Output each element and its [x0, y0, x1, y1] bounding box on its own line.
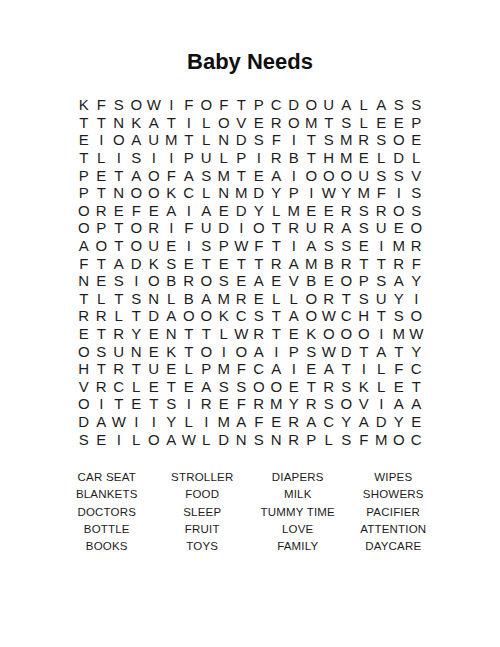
grid-cell[interactable]: O — [198, 96, 216, 114]
grid-cell[interactable]: T — [75, 149, 93, 167]
grid-cell[interactable]: C — [320, 413, 338, 431]
grid-cell[interactable]: D — [250, 184, 268, 202]
grid-cell[interactable]: L — [198, 114, 216, 132]
grid-cell[interactable]: I — [180, 237, 198, 255]
grid-cell[interactable]: K — [215, 307, 233, 325]
grid-cell[interactable]: H — [355, 307, 373, 325]
grid-cell[interactable]: I — [93, 395, 111, 413]
grid-cell[interactable]: D — [233, 131, 251, 149]
grid-cell[interactable]: T — [110, 219, 128, 237]
grid-cell[interactable]: O — [75, 395, 93, 413]
grid-cell[interactable]: S — [408, 184, 426, 202]
grid-cell[interactable]: F — [268, 131, 286, 149]
grid-cell[interactable]: A — [75, 237, 93, 255]
grid-cell[interactable]: M — [373, 430, 391, 448]
grid-cell[interactable]: L — [373, 360, 391, 378]
grid-cell[interactable]: A — [268, 166, 286, 184]
grid-cell[interactable]: A — [163, 430, 181, 448]
grid-cell[interactable]: S — [250, 131, 268, 149]
grid-cell[interactable]: Y — [338, 184, 356, 202]
grid-cell[interactable]: A — [198, 202, 216, 220]
grid-cell[interactable]: I — [163, 96, 181, 114]
grid-cell[interactable]: T — [128, 307, 146, 325]
grid-cell[interactable]: Y — [268, 184, 286, 202]
grid-cell[interactable]: V — [75, 378, 93, 396]
grid-cell[interactable]: I — [373, 325, 391, 343]
grid-cell[interactable]: E — [373, 114, 391, 132]
grid-cell[interactable]: O — [145, 272, 163, 290]
grid-cell[interactable]: T — [93, 254, 111, 272]
grid-cell[interactable]: O — [145, 430, 163, 448]
grid-cell[interactable]: E — [355, 237, 373, 255]
grid-cell[interactable]: S — [338, 378, 356, 396]
grid-cell[interactable]: R — [268, 149, 286, 167]
grid-cell[interactable]: E — [268, 413, 286, 431]
grid-cell[interactable]: L — [215, 325, 233, 343]
grid-cell[interactable]: U — [110, 342, 128, 360]
grid-cell[interactable]: E — [180, 254, 198, 272]
grid-cell[interactable]: R — [390, 254, 408, 272]
grid-cell[interactable]: L — [128, 430, 146, 448]
grid-cell[interactable]: A — [93, 413, 111, 431]
grid-cell[interactable]: T — [110, 395, 128, 413]
grid-cell[interactable]: O — [303, 290, 321, 308]
grid-cell[interactable]: K — [163, 184, 181, 202]
grid-cell[interactable]: E — [128, 395, 146, 413]
grid-cell[interactable]: O — [93, 237, 111, 255]
grid-cell[interactable]: E — [93, 430, 111, 448]
grid-cell[interactable]: W — [320, 184, 338, 202]
grid-cell[interactable]: U — [145, 237, 163, 255]
grid-cell[interactable]: S — [250, 307, 268, 325]
grid-cell[interactable]: T — [180, 131, 198, 149]
grid-cell[interactable]: I — [110, 430, 128, 448]
grid-cell[interactable]: V — [408, 166, 426, 184]
grid-cell[interactable]: P — [233, 149, 251, 167]
grid-cell[interactable]: E — [250, 114, 268, 132]
grid-cell[interactable]: N — [110, 114, 128, 132]
grid-cell[interactable]: R — [250, 325, 268, 343]
grid-cell[interactable]: M — [163, 131, 181, 149]
grid-cell[interactable]: D — [373, 413, 391, 431]
grid-cell[interactable]: W — [110, 413, 128, 431]
grid-cell[interactable]: B — [180, 290, 198, 308]
grid-cell[interactable]: E — [93, 166, 111, 184]
grid-cell[interactable]: T — [198, 325, 216, 343]
grid-cell[interactable]: W — [145, 96, 163, 114]
grid-cell[interactable]: T — [268, 219, 286, 237]
grid-cell[interactable]: T — [268, 307, 286, 325]
grid-cell[interactable]: U — [145, 360, 163, 378]
grid-cell[interactable]: L — [93, 149, 111, 167]
grid-cell[interactable]: R — [320, 378, 338, 396]
grid-cell[interactable]: A — [250, 342, 268, 360]
grid-cell[interactable]: I — [268, 342, 286, 360]
grid-cell[interactable]: D — [128, 254, 146, 272]
grid-cell[interactable]: O — [215, 114, 233, 132]
grid-cell[interactable]: S — [338, 114, 356, 132]
grid-cell[interactable]: N — [110, 184, 128, 202]
grid-cell[interactable]: S — [303, 342, 321, 360]
grid-cell[interactable]: E — [110, 202, 128, 220]
grid-cell[interactable]: P — [75, 166, 93, 184]
grid-cell[interactable]: O — [303, 166, 321, 184]
grid-cell[interactable]: I — [110, 149, 128, 167]
grid-cell[interactable]: R — [285, 219, 303, 237]
grid-cell[interactable]: R — [93, 378, 111, 396]
grid-cell[interactable]: I — [250, 149, 268, 167]
grid-cell[interactable]: L — [268, 202, 286, 220]
grid-cell[interactable]: A — [285, 307, 303, 325]
grid-cell[interactable]: R — [408, 237, 426, 255]
grid-cell[interactable]: D — [233, 202, 251, 220]
grid-cell[interactable]: A — [180, 166, 198, 184]
grid-cell[interactable]: R — [338, 254, 356, 272]
grid-cell[interactable]: E — [145, 342, 163, 360]
grid-cell[interactable]: T — [320, 114, 338, 132]
grid-cell[interactable]: C — [408, 360, 426, 378]
grid-cell[interactable]: T — [355, 342, 373, 360]
grid-cell[interactable]: S — [408, 202, 426, 220]
grid-cell[interactable]: M — [215, 413, 233, 431]
grid-cell[interactable]: P — [75, 184, 93, 202]
grid-cell[interactable]: E — [75, 325, 93, 343]
grid-cell[interactable]: F — [233, 360, 251, 378]
grid-cell[interactable]: S — [250, 430, 268, 448]
grid-cell[interactable]: F — [163, 166, 181, 184]
grid-cell[interactable]: M — [338, 149, 356, 167]
grid-cell[interactable]: A — [390, 395, 408, 413]
grid-cell[interactable]: O — [75, 202, 93, 220]
grid-cell[interactable]: R — [268, 114, 286, 132]
grid-cell[interactable]: T — [93, 325, 111, 343]
grid-cell[interactable]: I — [215, 342, 233, 360]
grid-cell[interactable]: R — [285, 430, 303, 448]
grid-cell[interactable]: Y — [338, 413, 356, 431]
grid-cell[interactable]: D — [390, 149, 408, 167]
grid-cell[interactable]: W — [233, 237, 251, 255]
grid-cell[interactable]: U — [320, 96, 338, 114]
grid-cell[interactable]: S — [320, 237, 338, 255]
grid-cell[interactable]: O — [128, 184, 146, 202]
grid-cell[interactable]: O — [338, 325, 356, 343]
grid-cell[interactable]: S — [373, 272, 391, 290]
grid-cell[interactable]: A — [198, 378, 216, 396]
grid-cell[interactable]: Y — [128, 325, 146, 343]
grid-cell[interactable]: I — [145, 413, 163, 431]
grid-cell[interactable]: W — [320, 307, 338, 325]
grid-cell[interactable]: T — [303, 378, 321, 396]
grid-cell[interactable]: A — [128, 166, 146, 184]
grid-cell[interactable]: T — [355, 254, 373, 272]
grid-cell[interactable]: F — [355, 430, 373, 448]
grid-cell[interactable]: A — [163, 307, 181, 325]
grid-cell[interactable]: T — [180, 325, 198, 343]
grid-cell[interactable]: E — [145, 325, 163, 343]
grid-cell[interactable]: Y — [408, 342, 426, 360]
grid-cell[interactable]: I — [128, 272, 146, 290]
grid-cell[interactable]: V — [285, 272, 303, 290]
grid-cell[interactable]: I — [128, 413, 146, 431]
grid-cell[interactable]: A — [268, 360, 286, 378]
grid-cell[interactable]: O — [408, 219, 426, 237]
grid-cell[interactable]: E — [320, 272, 338, 290]
grid-cell[interactable]: A — [250, 272, 268, 290]
grid-cell[interactable]: H — [75, 360, 93, 378]
grid-cell[interactable]: L — [198, 184, 216, 202]
grid-cell[interactable]: O — [338, 395, 356, 413]
grid-cell[interactable]: S — [198, 237, 216, 255]
grid-cell[interactable]: F — [408, 254, 426, 272]
grid-cell[interactable]: A — [145, 114, 163, 132]
grid-cell[interactable]: O — [250, 219, 268, 237]
grid-cell[interactable]: O — [285, 114, 303, 132]
grid-cell[interactable]: R — [145, 219, 163, 237]
grid-cell[interactable]: E — [145, 202, 163, 220]
grid-cell[interactable]: D — [75, 413, 93, 431]
grid-cell[interactable]: V — [233, 114, 251, 132]
grid-cell[interactable]: L — [215, 149, 233, 167]
grid-cell[interactable]: P — [408, 114, 426, 132]
grid-cell[interactable]: F — [75, 254, 93, 272]
grid-cell[interactable]: O — [338, 272, 356, 290]
grid-cell[interactable]: I — [303, 184, 321, 202]
grid-cell[interactable]: R — [285, 413, 303, 431]
grid-cell[interactable]: P — [93, 219, 111, 237]
grid-cell[interactable]: I — [390, 184, 408, 202]
grid-cell[interactable]: C — [338, 307, 356, 325]
grid-cell[interactable]: P — [250, 96, 268, 114]
grid-cell[interactable]: K — [128, 114, 146, 132]
grid-cell[interactable]: L — [93, 290, 111, 308]
grid-cell[interactable]: F — [128, 202, 146, 220]
grid-cell[interactable]: M — [215, 290, 233, 308]
grid-cell[interactable]: R — [320, 290, 338, 308]
grid-cell[interactable]: N — [268, 430, 286, 448]
grid-cell[interactable]: M — [303, 254, 321, 272]
grid-cell[interactable]: N — [75, 272, 93, 290]
grid-cell[interactable]: K — [145, 254, 163, 272]
grid-cell[interactable]: A — [338, 219, 356, 237]
grid-cell[interactable]: U — [145, 131, 163, 149]
grid-cell[interactable]: F — [93, 96, 111, 114]
grid-cell[interactable]: R — [268, 254, 286, 272]
grid-cell[interactable]: O — [145, 184, 163, 202]
grid-cell[interactable]: I — [93, 131, 111, 149]
grid-cell[interactable]: F — [180, 219, 198, 237]
grid-cell[interactable]: O — [303, 307, 321, 325]
grid-cell[interactable]: E — [355, 149, 373, 167]
grid-cell[interactable]: A — [128, 131, 146, 149]
grid-cell[interactable]: U — [373, 290, 391, 308]
grid-cell[interactable]: M — [303, 114, 321, 132]
grid-cell[interactable]: I — [163, 149, 181, 167]
grid-cell[interactable]: R — [338, 202, 356, 220]
grid-cell[interactable]: T — [180, 342, 198, 360]
grid-cell[interactable]: E — [320, 202, 338, 220]
grid-cell[interactable]: I — [285, 131, 303, 149]
grid-cell[interactable]: N — [128, 342, 146, 360]
grid-cell[interactable]: U — [373, 219, 391, 237]
grid-cell[interactable]: R — [303, 395, 321, 413]
grid-cell[interactable]: T — [408, 378, 426, 396]
grid-cell[interactable]: T — [250, 254, 268, 272]
grid-cell[interactable]: O — [390, 202, 408, 220]
grid-cell[interactable]: I — [180, 202, 198, 220]
grid-cell[interactable]: F — [390, 360, 408, 378]
grid-cell[interactable]: N — [233, 430, 251, 448]
grid-cell[interactable]: Y — [163, 413, 181, 431]
grid-cell[interactable]: E — [285, 325, 303, 343]
grid-cell[interactable]: T — [75, 114, 93, 132]
grid-cell[interactable]: M — [233, 184, 251, 202]
grid-cell[interactable]: L — [198, 131, 216, 149]
grid-cell[interactable]: O — [268, 378, 286, 396]
grid-cell[interactable]: I — [233, 219, 251, 237]
grid-cell[interactable]: E — [303, 202, 321, 220]
grid-cell[interactable]: I — [285, 360, 303, 378]
grid-cell[interactable]: I — [285, 166, 303, 184]
grid-cell[interactable]: T — [373, 254, 391, 272]
grid-cell[interactable]: O — [320, 325, 338, 343]
grid-cell[interactable]: U — [355, 166, 373, 184]
grid-cell[interactable]: U — [198, 219, 216, 237]
grid-cell[interactable]: T — [93, 114, 111, 132]
grid-cell[interactable]: O — [128, 96, 146, 114]
grid-cell[interactable]: L — [373, 149, 391, 167]
grid-cell[interactable]: P — [285, 184, 303, 202]
grid-cell[interactable]: T — [373, 307, 391, 325]
grid-cell[interactable]: R — [75, 307, 93, 325]
grid-cell[interactable]: U — [303, 219, 321, 237]
grid-cell[interactable]: A — [303, 413, 321, 431]
grid-cell[interactable]: A — [390, 272, 408, 290]
grid-cell[interactable]: R — [198, 395, 216, 413]
grid-cell[interactable]: R — [250, 395, 268, 413]
grid-cell[interactable]: S — [128, 290, 146, 308]
grid-cell[interactable]: E — [215, 395, 233, 413]
grid-cell[interactable]: E — [250, 290, 268, 308]
grid-cell[interactable]: A — [373, 96, 391, 114]
grid-cell[interactable]: E — [233, 272, 251, 290]
grid-cell[interactable]: S — [338, 430, 356, 448]
grid-cell[interactable]: D — [215, 430, 233, 448]
grid-cell[interactable]: P — [285, 342, 303, 360]
grid-cell[interactable]: U — [198, 149, 216, 167]
grid-cell[interactable]: T — [145, 395, 163, 413]
grid-cell[interactable]: T — [338, 360, 356, 378]
grid-cell[interactable]: C — [408, 430, 426, 448]
grid-cell[interactable]: T — [110, 290, 128, 308]
grid-cell[interactable]: E — [93, 272, 111, 290]
grid-cell[interactable]: S — [320, 131, 338, 149]
grid-cell[interactable]: E — [145, 378, 163, 396]
grid-cell[interactable]: O — [128, 219, 146, 237]
grid-cell[interactable]: F — [373, 184, 391, 202]
grid-cell[interactable]: E — [285, 378, 303, 396]
grid-cell[interactable]: T — [93, 184, 111, 202]
grid-cell[interactable]: E — [303, 360, 321, 378]
grid-cell[interactable]: E — [163, 237, 181, 255]
grid-cell[interactable]: N — [215, 184, 233, 202]
grid-cell[interactable]: O — [198, 342, 216, 360]
grid-cell[interactable]: Y — [390, 290, 408, 308]
grid-cell[interactable]: I — [373, 237, 391, 255]
grid-cell[interactable]: O — [250, 378, 268, 396]
grid-cell[interactable]: F — [250, 237, 268, 255]
grid-cell[interactable]: S — [110, 272, 128, 290]
grid-cell[interactable]: M — [355, 184, 373, 202]
grid-cell[interactable]: E — [408, 131, 426, 149]
grid-cell[interactable]: D — [145, 307, 163, 325]
grid-cell[interactable]: T — [303, 149, 321, 167]
grid-cell[interactable]: I — [180, 395, 198, 413]
grid-cell[interactable]: A — [110, 254, 128, 272]
grid-cell[interactable]: P — [198, 360, 216, 378]
grid-cell[interactable]: O — [233, 342, 251, 360]
grid-cell[interactable]: R — [355, 131, 373, 149]
grid-cell[interactable]: T — [198, 254, 216, 272]
grid-cell[interactable]: Y — [285, 395, 303, 413]
grid-cell[interactable]: S — [408, 96, 426, 114]
grid-cell[interactable]: Y — [390, 413, 408, 431]
grid-cell[interactable]: R — [373, 202, 391, 220]
grid-cell[interactable]: T — [128, 360, 146, 378]
grid-cell[interactable]: O — [110, 131, 128, 149]
grid-cell[interactable]: H — [320, 149, 338, 167]
grid-cell[interactable]: T — [163, 114, 181, 132]
grid-cell[interactable]: T — [268, 237, 286, 255]
grid-cell[interactable]: A — [373, 342, 391, 360]
grid-cell[interactable]: D — [285, 96, 303, 114]
grid-cell[interactable]: R — [110, 360, 128, 378]
grid-cell[interactable]: T — [110, 237, 128, 255]
grid-cell[interactable]: O — [145, 166, 163, 184]
grid-cell[interactable]: T — [93, 360, 111, 378]
grid-cell[interactable]: R — [110, 325, 128, 343]
grid-cell[interactable]: E — [390, 219, 408, 237]
grid-cell[interactable]: R — [320, 219, 338, 237]
grid-cell[interactable]: A — [233, 413, 251, 431]
grid-cell[interactable]: L — [355, 96, 373, 114]
grid-cell[interactable]: M — [215, 166, 233, 184]
grid-cell[interactable]: T — [390, 342, 408, 360]
grid-cell[interactable]: R — [233, 290, 251, 308]
grid-cell[interactable]: L — [408, 149, 426, 167]
grid-cell[interactable]: A — [355, 413, 373, 431]
grid-cell[interactable]: T — [163, 378, 181, 396]
grid-cell[interactable]: F — [215, 96, 233, 114]
grid-cell[interactable]: E — [390, 378, 408, 396]
grid-cell[interactable]: S — [355, 202, 373, 220]
grid-cell[interactable]: P — [215, 237, 233, 255]
grid-cell[interactable]: K — [75, 96, 93, 114]
grid-cell[interactable]: L — [355, 114, 373, 132]
grid-cell[interactable]: F — [180, 96, 198, 114]
grid-cell[interactable]: K — [163, 342, 181, 360]
grid-cell[interactable]: O — [75, 219, 93, 237]
grid-cell[interactable]: W — [408, 325, 426, 343]
grid-cell[interactable]: C — [268, 96, 286, 114]
grid-cell[interactable]: R — [93, 202, 111, 220]
grid-cell[interactable]: W — [233, 325, 251, 343]
grid-cell[interactable]: T — [233, 166, 251, 184]
grid-cell[interactable]: E — [390, 114, 408, 132]
grid-cell[interactable]: L — [198, 430, 216, 448]
grid-cell[interactable]: D — [215, 219, 233, 237]
grid-cell[interactable]: P — [355, 272, 373, 290]
grid-cell[interactable]: O — [355, 325, 373, 343]
